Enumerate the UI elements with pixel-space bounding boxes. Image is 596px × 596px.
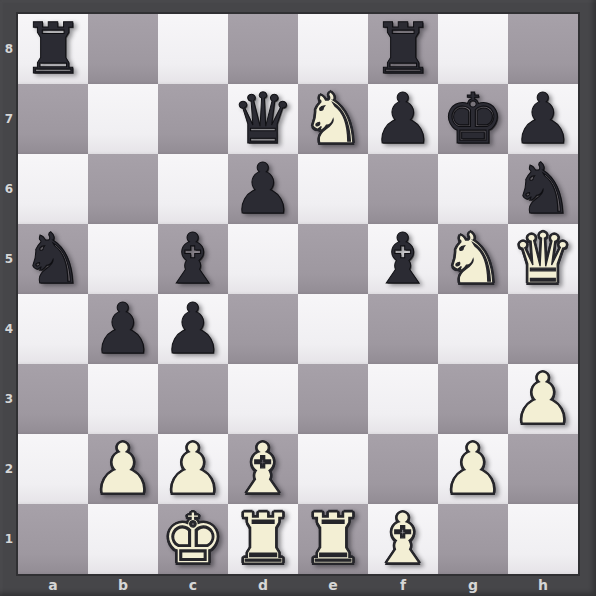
square-a1[interactable] <box>18 504 88 574</box>
file-label-g: g <box>438 574 508 596</box>
square-h6[interactable]: ♞ <box>508 154 578 224</box>
square-b7[interactable] <box>88 84 158 154</box>
white-rook-d1[interactable]: ♜ <box>232 504 295 574</box>
white-bishop-d2[interactable]: ♝ <box>232 434 295 504</box>
square-g8[interactable] <box>438 14 508 84</box>
square-e7[interactable]: ♞ <box>298 84 368 154</box>
square-f5[interactable]: ♝ <box>368 224 438 294</box>
square-a6[interactable] <box>18 154 88 224</box>
black-pawn-b4[interactable]: ♟ <box>92 294 155 364</box>
black-pawn-c4[interactable]: ♟ <box>162 294 225 364</box>
square-g7[interactable]: ♚ <box>438 84 508 154</box>
white-knight-e7[interactable]: ♞ <box>302 84 365 154</box>
square-a2[interactable] <box>18 434 88 504</box>
square-b8[interactable] <box>88 14 158 84</box>
rank-label-7: 7 <box>0 84 18 154</box>
square-b6[interactable] <box>88 154 158 224</box>
square-b4[interactable]: ♟ <box>88 294 158 364</box>
square-d5[interactable] <box>228 224 298 294</box>
black-bishop-c5[interactable]: ♝ <box>162 224 225 294</box>
square-c4[interactable]: ♟ <box>158 294 228 364</box>
rank-label-3: 3 <box>0 364 18 434</box>
square-h3[interactable]: ♟ <box>508 364 578 434</box>
black-knight-h6[interactable]: ♞ <box>512 154 575 224</box>
white-king-c1[interactable]: ♚ <box>162 504 225 574</box>
white-pawn-g2[interactable]: ♟ <box>442 434 505 504</box>
white-pawn-b2[interactable]: ♟ <box>92 434 155 504</box>
square-g6[interactable] <box>438 154 508 224</box>
square-h2[interactable] <box>508 434 578 504</box>
black-pawn-f7[interactable]: ♟ <box>372 84 435 154</box>
rank-label-8: 8 <box>0 14 18 84</box>
square-d8[interactable] <box>228 14 298 84</box>
file-label-c: c <box>158 574 228 596</box>
black-king-g7[interactable]: ♚ <box>442 84 505 154</box>
black-queen-d7[interactable]: ♛ <box>232 84 295 154</box>
square-g5[interactable]: ♞ <box>438 224 508 294</box>
square-f8[interactable]: ♜ <box>368 14 438 84</box>
square-e5[interactable] <box>298 224 368 294</box>
square-e8[interactable] <box>298 14 368 84</box>
square-a5[interactable]: ♞ <box>18 224 88 294</box>
square-d1[interactable]: ♜ <box>228 504 298 574</box>
file-label-d: d <box>228 574 298 596</box>
white-knight-g5[interactable]: ♞ <box>442 224 505 294</box>
rank-label-1: 1 <box>0 504 18 574</box>
black-bishop-f5[interactable]: ♝ <box>372 224 435 294</box>
square-h8[interactable] <box>508 14 578 84</box>
square-e4[interactable] <box>298 294 368 364</box>
square-g2[interactable]: ♟ <box>438 434 508 504</box>
square-b3[interactable] <box>88 364 158 434</box>
file-labels: abcdefgh <box>18 574 578 596</box>
square-g1[interactable] <box>438 504 508 574</box>
square-c3[interactable] <box>158 364 228 434</box>
white-pawn-c2[interactable]: ♟ <box>162 434 225 504</box>
rank-label-2: 2 <box>0 434 18 504</box>
square-h4[interactable] <box>508 294 578 364</box>
square-d7[interactable]: ♛ <box>228 84 298 154</box>
file-label-b: b <box>88 574 158 596</box>
square-d2[interactable]: ♝ <box>228 434 298 504</box>
square-h7[interactable]: ♟ <box>508 84 578 154</box>
square-d3[interactable] <box>228 364 298 434</box>
chess-board: ♜♜♛♞♟♚♟♟♞♞♝♝♞♛♟♟♟♟♟♝♟♚♜♜♝ <box>18 14 578 574</box>
black-rook-f8[interactable]: ♜ <box>372 14 435 84</box>
square-e3[interactable] <box>298 364 368 434</box>
rank-label-6: 6 <box>0 154 18 224</box>
square-f1[interactable]: ♝ <box>368 504 438 574</box>
square-d6[interactable]: ♟ <box>228 154 298 224</box>
chess-board-frame: 87654321 ♜♜♛♞♟♚♟♟♞♞♝♝♞♛♟♟♟♟♟♝♟♚♜♜♝ abcde… <box>0 0 596 596</box>
file-label-f: f <box>368 574 438 596</box>
file-label-e: e <box>298 574 368 596</box>
square-e1[interactable]: ♜ <box>298 504 368 574</box>
square-e6[interactable] <box>298 154 368 224</box>
square-c8[interactable] <box>158 14 228 84</box>
square-g4[interactable] <box>438 294 508 364</box>
square-c2[interactable]: ♟ <box>158 434 228 504</box>
square-f2[interactable] <box>368 434 438 504</box>
rank-labels: 87654321 <box>0 14 18 574</box>
white-rook-e1[interactable]: ♜ <box>302 504 365 574</box>
square-e2[interactable] <box>298 434 368 504</box>
square-f4[interactable] <box>368 294 438 364</box>
black-knight-a5[interactable]: ♞ <box>22 224 85 294</box>
rank-label-4: 4 <box>0 294 18 364</box>
square-b5[interactable] <box>88 224 158 294</box>
square-a8[interactable]: ♜ <box>18 14 88 84</box>
square-b2[interactable]: ♟ <box>88 434 158 504</box>
square-c7[interactable] <box>158 84 228 154</box>
square-f3[interactable] <box>368 364 438 434</box>
square-g3[interactable] <box>438 364 508 434</box>
rank-label-5: 5 <box>0 224 18 294</box>
white-pawn-h3[interactable]: ♟ <box>512 364 575 434</box>
square-a3[interactable] <box>18 364 88 434</box>
square-c5[interactable]: ♝ <box>158 224 228 294</box>
black-rook-a8[interactable]: ♜ <box>22 14 85 84</box>
square-a4[interactable] <box>18 294 88 364</box>
square-c1[interactable]: ♚ <box>158 504 228 574</box>
black-pawn-h7[interactable]: ♟ <box>512 84 575 154</box>
square-a7[interactable] <box>18 84 88 154</box>
square-f6[interactable] <box>368 154 438 224</box>
black-pawn-d6[interactable]: ♟ <box>232 154 295 224</box>
white-queen-h5[interactable]: ♛ <box>512 224 575 294</box>
white-bishop-f1[interactable]: ♝ <box>372 504 435 574</box>
square-h1[interactable] <box>508 504 578 574</box>
square-h5[interactable]: ♛ <box>508 224 578 294</box>
square-b1[interactable] <box>88 504 158 574</box>
file-label-a: a <box>18 574 88 596</box>
file-label-h: h <box>508 574 578 596</box>
square-d4[interactable] <box>228 294 298 364</box>
square-f7[interactable]: ♟ <box>368 84 438 154</box>
square-c6[interactable] <box>158 154 228 224</box>
